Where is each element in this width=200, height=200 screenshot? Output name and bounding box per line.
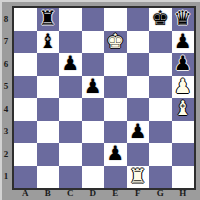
square-d8[interactable]: [82, 8, 105, 31]
square-h6[interactable]: ♟: [172, 53, 195, 76]
piece-white-pawn[interactable]: ♟: [174, 76, 192, 96]
square-a7[interactable]: [14, 31, 37, 54]
square-h3[interactable]: [172, 121, 195, 144]
square-a3[interactable]: [14, 121, 37, 144]
square-c1[interactable]: [59, 166, 82, 189]
square-d2[interactable]: [82, 143, 105, 166]
square-b3[interactable]: [37, 121, 60, 144]
piece-black-pawn[interactable]: ♟: [61, 53, 79, 73]
piece-black-queen[interactable]: ♛: [174, 8, 192, 28]
square-e7[interactable]: ♚: [104, 31, 127, 54]
square-g8[interactable]: ♚: [149, 8, 172, 31]
rank-label-8: 8: [0, 8, 12, 31]
square-a6[interactable]: [14, 53, 37, 76]
square-a2[interactable]: [14, 143, 37, 166]
piece-white-king[interactable]: ♚: [106, 31, 124, 51]
square-d7[interactable]: [82, 31, 105, 54]
square-c8[interactable]: [59, 8, 82, 31]
piece-black-rook[interactable]: ♜: [39, 8, 57, 28]
piece-black-pawn[interactable]: ♟: [174, 53, 192, 73]
square-g3[interactable]: [149, 121, 172, 144]
square-b2[interactable]: [37, 143, 60, 166]
square-h2[interactable]: [172, 143, 195, 166]
square-e5[interactable]: [104, 76, 127, 99]
square-g4[interactable]: [149, 98, 172, 121]
square-c7[interactable]: [59, 31, 82, 54]
square-f6[interactable]: [127, 53, 150, 76]
file-label-a: A: [14, 187, 37, 199]
piece-black-pawn[interactable]: ♟: [129, 121, 147, 141]
file-label-g: G: [149, 187, 172, 199]
piece-black-bishop[interactable]: ♝: [39, 31, 57, 51]
square-d4[interactable]: [82, 98, 105, 121]
square-e3[interactable]: [104, 121, 127, 144]
square-c6[interactable]: ♟: [59, 53, 82, 76]
rank-label-6: 6: [0, 53, 12, 76]
square-e1[interactable]: [104, 166, 127, 189]
rank-label-7: 7: [0, 31, 12, 54]
square-h8[interactable]: ♛: [172, 8, 195, 31]
square-f5[interactable]: [127, 76, 150, 99]
square-c3[interactable]: [59, 121, 82, 144]
chessboard-frame: 87654321 ♜♚♛♝♚♟♟♟♟♟♝♟♟♜ ABCDEFGH: [0, 0, 200, 200]
square-a8[interactable]: [14, 8, 37, 31]
rank-label-5: 5: [0, 76, 12, 99]
square-a4[interactable]: [14, 98, 37, 121]
square-h4[interactable]: ♝: [172, 98, 195, 121]
piece-white-rook[interactable]: ♜: [129, 166, 147, 186]
square-g7[interactable]: [149, 31, 172, 54]
square-h7[interactable]: ♟: [172, 31, 195, 54]
file-label-d: D: [82, 187, 105, 199]
file-labels: ABCDEFGH: [14, 187, 194, 199]
file-label-b: B: [37, 187, 60, 199]
file-label-f: F: [127, 187, 150, 199]
square-e6[interactable]: [104, 53, 127, 76]
square-c2[interactable]: [59, 143, 82, 166]
file-label-h: H: [172, 187, 195, 199]
rank-label-1: 1: [0, 166, 12, 189]
square-f7[interactable]: [127, 31, 150, 54]
square-g1[interactable]: [149, 166, 172, 189]
square-g5[interactable]: [149, 76, 172, 99]
rank-labels: 87654321: [0, 8, 12, 188]
rank-label-2: 2: [0, 143, 12, 166]
square-b4[interactable]: [37, 98, 60, 121]
square-f1[interactable]: ♜: [127, 166, 150, 189]
square-f3[interactable]: ♟: [127, 121, 150, 144]
square-c5[interactable]: [59, 76, 82, 99]
square-b1[interactable]: [37, 166, 60, 189]
square-d5[interactable]: ♟: [82, 76, 105, 99]
square-d6[interactable]: [82, 53, 105, 76]
square-e8[interactable]: [104, 8, 127, 31]
square-c4[interactable]: [59, 98, 82, 121]
square-g6[interactable]: [149, 53, 172, 76]
square-a5[interactable]: [14, 76, 37, 99]
square-e2[interactable]: ♟: [104, 143, 127, 166]
piece-black-king[interactable]: ♚: [151, 8, 169, 28]
square-f8[interactable]: [127, 8, 150, 31]
square-h5[interactable]: ♟: [172, 76, 195, 99]
piece-black-pawn[interactable]: ♟: [174, 31, 192, 51]
square-g2[interactable]: [149, 143, 172, 166]
rank-label-3: 3: [0, 121, 12, 144]
square-b8[interactable]: ♜: [37, 8, 60, 31]
piece-white-bishop[interactable]: ♝: [174, 98, 192, 118]
square-b6[interactable]: [37, 53, 60, 76]
square-f4[interactable]: [127, 98, 150, 121]
square-d3[interactable]: [82, 121, 105, 144]
square-b5[interactable]: [37, 76, 60, 99]
square-b7[interactable]: ♝: [37, 31, 60, 54]
file-label-e: E: [104, 187, 127, 199]
chess-board: ♜♚♛♝♚♟♟♟♟♟♝♟♟♜: [12, 6, 196, 190]
square-d1[interactable]: [82, 166, 105, 189]
square-f2[interactable]: [127, 143, 150, 166]
rank-label-4: 4: [0, 98, 12, 121]
file-label-c: C: [59, 187, 82, 199]
square-h1[interactable]: [172, 166, 195, 189]
piece-black-pawn[interactable]: ♟: [84, 76, 102, 96]
square-a1[interactable]: [14, 166, 37, 189]
square-e4[interactable]: [104, 98, 127, 121]
piece-black-pawn[interactable]: ♟: [106, 143, 124, 163]
